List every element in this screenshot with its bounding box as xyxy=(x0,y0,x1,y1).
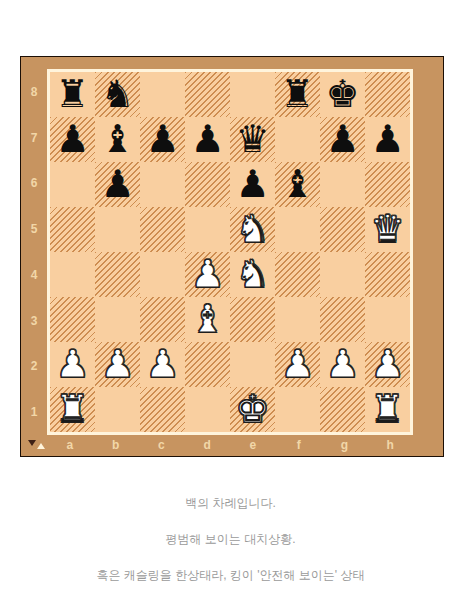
file-label-b: b xyxy=(93,434,139,456)
square-g4 xyxy=(320,252,365,297)
square-f3 xyxy=(275,297,320,342)
square-b8: ♞ xyxy=(95,72,140,117)
square-c2: ♟ xyxy=(140,342,185,387)
piece-black-pawn: ♟ xyxy=(190,117,224,162)
piece-black-pawn: ♟ xyxy=(370,117,404,162)
piece-white-queen: ♛ xyxy=(370,207,404,252)
square-f8: ♜ xyxy=(275,72,320,117)
piece-white-knight: ♞ xyxy=(235,207,269,252)
square-d3: ♝ xyxy=(185,297,230,342)
square-b7: ♝ xyxy=(95,117,140,162)
white-to-move-indicator xyxy=(28,440,48,449)
square-e7: ♛ xyxy=(230,117,275,162)
piece-white-king: ♚ xyxy=(235,387,269,432)
square-g7: ♟ xyxy=(320,117,365,162)
square-d6 xyxy=(185,162,230,207)
square-c4 xyxy=(140,252,185,297)
chess-board-frame: 87654321 ♜♞♜♚♟♝♟♟♛♟♟♟♟♝♞♛♟♞♝♟♟♟♟♟♟♜♚♜ ab… xyxy=(20,56,444,457)
rank-labels: 87654321 xyxy=(21,69,47,435)
square-h1: ♜ xyxy=(365,387,410,432)
square-f7 xyxy=(275,117,320,162)
rank-label-7: 7 xyxy=(21,115,47,161)
caption-line-3: 흑은 캐슬링을 한상태라, 킹이 '안전해 보이는' 상태 xyxy=(0,557,461,593)
square-a7: ♟ xyxy=(50,117,95,162)
square-d4: ♟ xyxy=(185,252,230,297)
square-c1 xyxy=(140,387,185,432)
square-h5: ♛ xyxy=(365,207,410,252)
square-d1 xyxy=(185,387,230,432)
square-e3 xyxy=(230,297,275,342)
piece-white-pawn: ♟ xyxy=(280,342,314,387)
page: 87654321 ♜♞♜♚♟♝♟♟♛♟♟♟♟♝♞♛♟♞♝♟♟♟♟♟♟♜♚♜ ab… xyxy=(0,0,461,610)
rank-label-5: 5 xyxy=(21,206,47,252)
rank-label-1: 1 xyxy=(21,389,47,435)
rank-label-8: 8 xyxy=(21,69,47,115)
piece-black-king: ♚ xyxy=(325,72,359,117)
square-g1 xyxy=(320,387,365,432)
caption-line-1: 백의 차례입니다. xyxy=(0,485,461,521)
piece-white-knight: ♞ xyxy=(235,252,269,297)
piece-white-pawn: ♟ xyxy=(55,342,89,387)
square-h2: ♟ xyxy=(365,342,410,387)
piece-black-queen: ♛ xyxy=(235,117,269,162)
square-h4 xyxy=(365,252,410,297)
square-a5 xyxy=(50,207,95,252)
square-c6 xyxy=(140,162,185,207)
square-f2: ♟ xyxy=(275,342,320,387)
square-b4 xyxy=(95,252,140,297)
piece-white-rook: ♜ xyxy=(370,387,404,432)
file-labels: abcdefgh xyxy=(47,434,413,456)
piece-black-pawn: ♟ xyxy=(235,162,269,207)
square-f6: ♝ xyxy=(275,162,320,207)
file-label-h: h xyxy=(367,434,413,456)
square-h7: ♟ xyxy=(365,117,410,162)
piece-black-rook: ♜ xyxy=(280,72,314,117)
down-triangle-icon xyxy=(28,440,36,446)
piece-white-pawn: ♟ xyxy=(370,342,404,387)
piece-white-bishop: ♝ xyxy=(190,297,224,342)
file-label-g: g xyxy=(322,434,368,456)
square-d5 xyxy=(185,207,230,252)
file-label-f: f xyxy=(276,434,322,456)
piece-white-pawn: ♟ xyxy=(325,342,359,387)
square-a6 xyxy=(50,162,95,207)
file-label-c: c xyxy=(139,434,185,456)
piece-white-pawn: ♟ xyxy=(100,342,134,387)
piece-white-pawn: ♟ xyxy=(145,342,179,387)
rank-label-2: 2 xyxy=(21,344,47,390)
piece-black-pawn: ♟ xyxy=(325,117,359,162)
square-e5: ♞ xyxy=(230,207,275,252)
square-d7: ♟ xyxy=(185,117,230,162)
square-f5 xyxy=(275,207,320,252)
square-g8: ♚ xyxy=(320,72,365,117)
square-a8: ♜ xyxy=(50,72,95,117)
square-e2 xyxy=(230,342,275,387)
square-g6 xyxy=(320,162,365,207)
piece-black-pawn: ♟ xyxy=(55,117,89,162)
file-label-d: d xyxy=(184,434,230,456)
square-e8 xyxy=(230,72,275,117)
up-triangle-icon xyxy=(37,443,45,449)
square-d2 xyxy=(185,342,230,387)
caption-block: 백의 차례입니다. 평범해 보이는 대치상황. 흑은 캐슬링을 한상태라, 킹이… xyxy=(0,485,461,593)
square-c8 xyxy=(140,72,185,117)
square-g2: ♟ xyxy=(320,342,365,387)
square-h6 xyxy=(365,162,410,207)
piece-black-bishop: ♝ xyxy=(280,162,314,207)
file-label-e: e xyxy=(230,434,276,456)
square-c7: ♟ xyxy=(140,117,185,162)
square-f4 xyxy=(275,252,320,297)
square-b6: ♟ xyxy=(95,162,140,207)
file-label-a: a xyxy=(47,434,93,456)
square-e4: ♞ xyxy=(230,252,275,297)
square-h8 xyxy=(365,72,410,117)
piece-black-bishop: ♝ xyxy=(100,117,134,162)
piece-black-pawn: ♟ xyxy=(100,162,134,207)
square-e6: ♟ xyxy=(230,162,275,207)
square-a3 xyxy=(50,297,95,342)
rank-label-4: 4 xyxy=(21,252,47,298)
piece-white-pawn: ♟ xyxy=(190,252,224,297)
square-d8 xyxy=(185,72,230,117)
square-a2: ♟ xyxy=(50,342,95,387)
square-b3 xyxy=(95,297,140,342)
square-c5 xyxy=(140,207,185,252)
square-b5 xyxy=(95,207,140,252)
square-b1 xyxy=(95,387,140,432)
square-h3 xyxy=(365,297,410,342)
square-g3 xyxy=(320,297,365,342)
square-a1: ♜ xyxy=(50,387,95,432)
board-grid: ♜♞♜♚♟♝♟♟♛♟♟♟♟♝♞♛♟♞♝♟♟♟♟♟♟♜♚♜ xyxy=(47,69,413,435)
square-g5 xyxy=(320,207,365,252)
piece-white-rook: ♜ xyxy=(55,387,89,432)
square-c3 xyxy=(140,297,185,342)
rank-label-3: 3 xyxy=(21,298,47,344)
square-a4 xyxy=(50,252,95,297)
square-b2: ♟ xyxy=(95,342,140,387)
caption-line-2: 평범해 보이는 대치상황. xyxy=(0,521,461,557)
rank-label-6: 6 xyxy=(21,161,47,207)
square-e1: ♚ xyxy=(230,387,275,432)
square-f1 xyxy=(275,387,320,432)
piece-black-rook: ♜ xyxy=(55,72,89,117)
piece-black-pawn: ♟ xyxy=(145,117,179,162)
piece-black-knight: ♞ xyxy=(100,72,134,117)
